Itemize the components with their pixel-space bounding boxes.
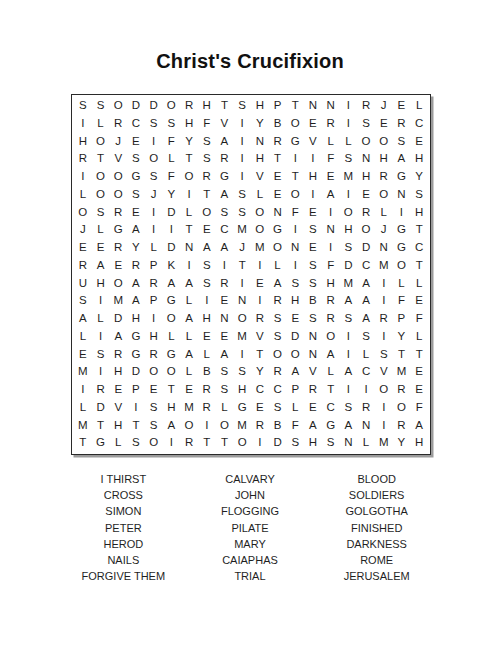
grid-cell-r15c12[interactable]: O — [269, 346, 287, 364]
grid-cell-r10c6[interactable]: K — [163, 257, 181, 275]
grid-cell-r3c17[interactable]: O — [357, 133, 375, 151]
grid-cell-r11c5[interactable]: R — [145, 275, 163, 293]
grid-cell-r19c8[interactable]: I — [198, 417, 216, 435]
grid-cell-r8c5[interactable]: I — [145, 221, 163, 239]
grid-cell-r1c15[interactable]: N — [322, 97, 340, 115]
grid-cell-r3c18[interactable]: O — [375, 133, 393, 151]
grid-cell-r5c12[interactable]: E — [269, 168, 287, 186]
grid-cell-r19c15[interactable]: G — [322, 417, 340, 435]
grid-cell-r17c9[interactable]: S — [216, 381, 234, 399]
grid-cell-r16c17[interactable]: C — [357, 363, 375, 381]
grid-cell-r1c8[interactable]: H — [198, 97, 216, 115]
grid-cell-r12c1[interactable]: S — [74, 292, 92, 310]
grid-cell-r12c9[interactable]: E — [216, 292, 234, 310]
grid-cell-r4c8[interactable]: S — [198, 150, 216, 168]
grid-cell-r8c8[interactable]: E — [198, 221, 216, 239]
grid-cell-r16c2[interactable]: I — [92, 363, 110, 381]
grid-cell-r3c16[interactable]: L — [340, 133, 358, 151]
grid-cell-r19c1[interactable]: M — [74, 417, 92, 435]
grid-cell-r6c6[interactable]: Y — [163, 186, 181, 204]
grid-cell-r13c1[interactable]: A — [74, 310, 92, 328]
grid-cell-r14c1[interactable]: L — [74, 328, 92, 346]
grid-cell-r1c11[interactable]: H — [251, 97, 269, 115]
grid-cell-r6c4[interactable]: S — [127, 186, 145, 204]
grid-cell-r14c16[interactable]: I — [340, 328, 358, 346]
grid-cell-r8c7[interactable]: T — [180, 221, 198, 239]
grid-cell-r19c11[interactable]: R — [251, 417, 269, 435]
grid-cell-r8c15[interactable]: N — [322, 221, 340, 239]
grid-cell-r4c19[interactable]: A — [393, 150, 411, 168]
grid-cell-r4c12[interactable]: T — [269, 150, 287, 168]
grid-cell-r2c14[interactable]: E — [304, 115, 322, 133]
grid-cell-r3c10[interactable]: I — [233, 133, 251, 151]
grid-cell-r19c17[interactable]: N — [357, 417, 375, 435]
grid-cell-r2c9[interactable]: V — [216, 115, 234, 133]
grid-cell-r7c11[interactable]: O — [251, 204, 269, 222]
grid-cell-r3c4[interactable]: E — [127, 133, 145, 151]
grid-cell-r4c11[interactable]: H — [251, 150, 269, 168]
grid-cell-r1c14[interactable]: N — [304, 97, 322, 115]
grid-cell-r14c11[interactable]: V — [251, 328, 269, 346]
grid-cell-r10c20[interactable]: T — [410, 257, 428, 275]
grid-cell-r1c5[interactable]: D — [145, 97, 163, 115]
grid-cell-r6c12[interactable]: E — [269, 186, 287, 204]
grid-cell-r13c20[interactable]: F — [410, 310, 428, 328]
grid-cell-r12c20[interactable]: E — [410, 292, 428, 310]
grid-cell-r5c20[interactable]: Y — [410, 168, 428, 186]
grid-cell-r13c11[interactable]: R — [251, 310, 269, 328]
grid-cell-r10c18[interactable]: M — [375, 257, 393, 275]
grid-cell-r14c13[interactable]: D — [286, 328, 304, 346]
grid-cell-r5c16[interactable]: M — [340, 168, 358, 186]
grid-cell-r3c19[interactable]: S — [393, 133, 411, 151]
grid-cell-r15c16[interactable]: I — [340, 346, 358, 364]
grid-cell-r17c13[interactable]: P — [286, 381, 304, 399]
grid-cell-r18c14[interactable]: E — [304, 399, 322, 417]
grid-cell-r3c8[interactable]: S — [198, 133, 216, 151]
grid-cell-r2c2[interactable]: L — [92, 115, 110, 133]
grid-cell-r18c20[interactable]: F — [410, 399, 428, 417]
grid-cell-r10c10[interactable]: T — [233, 257, 251, 275]
grid-cell-r16c6[interactable]: O — [163, 363, 181, 381]
grid-cell-r14c10[interactable]: M — [233, 328, 251, 346]
grid-cell-r16c16[interactable]: A — [340, 363, 358, 381]
grid-cell-r13c4[interactable]: H — [127, 310, 145, 328]
grid-cell-r8c2[interactable]: L — [92, 221, 110, 239]
grid-cell-r17c19[interactable]: R — [393, 381, 411, 399]
grid-cell-r14c2[interactable]: I — [92, 328, 110, 346]
grid-cell-r20c11[interactable]: I — [251, 434, 269, 452]
grid-cell-r15c14[interactable]: N — [304, 346, 322, 364]
grid-cell-r17c20[interactable]: E — [410, 381, 428, 399]
grid-cell-r9c14[interactable]: E — [304, 239, 322, 257]
grid-cell-r16c14[interactable]: V — [304, 363, 322, 381]
grid-cell-r16c13[interactable]: A — [286, 363, 304, 381]
grid-cell-r15c20[interactable]: T — [410, 346, 428, 364]
grid-cell-r13c19[interactable]: P — [393, 310, 411, 328]
grid-cell-r7c20[interactable]: H — [410, 204, 428, 222]
grid-cell-r9c4[interactable]: Y — [127, 239, 145, 257]
grid-cell-r10c5[interactable]: P — [145, 257, 163, 275]
grid-cell-r2c18[interactable]: E — [375, 115, 393, 133]
grid-cell-r5c11[interactable]: V — [251, 168, 269, 186]
grid-cell-r16c20[interactable]: E — [410, 363, 428, 381]
grid-cell-r9c20[interactable]: C — [410, 239, 428, 257]
grid-cell-r8c12[interactable]: G — [269, 221, 287, 239]
grid-cell-r20c2[interactable]: G — [92, 434, 110, 452]
grid-cell-r3c20[interactable]: E — [410, 133, 428, 151]
grid-cell-r8c14[interactable]: S — [304, 221, 322, 239]
grid-cell-r6c8[interactable]: T — [198, 186, 216, 204]
grid-cell-r5c14[interactable]: H — [304, 168, 322, 186]
grid-cell-r19c20[interactable]: A — [410, 417, 428, 435]
grid-cell-r7c6[interactable]: D — [163, 204, 181, 222]
grid-cell-r11c6[interactable]: A — [163, 275, 181, 293]
grid-cell-r20c7[interactable]: R — [180, 434, 198, 452]
grid-cell-r4c5[interactable]: O — [145, 150, 163, 168]
grid-cell-r9c16[interactable]: S — [340, 239, 358, 257]
grid-cell-r19c5[interactable]: S — [145, 417, 163, 435]
grid-cell-r2c1[interactable]: I — [74, 115, 92, 133]
grid-cell-r7c7[interactable]: L — [180, 204, 198, 222]
grid-cell-r10c9[interactable]: I — [216, 257, 234, 275]
grid-cell-r2c12[interactable]: B — [269, 115, 287, 133]
grid-cell-r9c10[interactable]: J — [233, 239, 251, 257]
grid-cell-r4c20[interactable]: H — [410, 150, 428, 168]
grid-cell-r19c6[interactable]: A — [163, 417, 181, 435]
grid-cell-r15c6[interactable]: G — [163, 346, 181, 364]
grid-cell-r18c7[interactable]: M — [180, 399, 198, 417]
grid-cell-r9c13[interactable]: N — [286, 239, 304, 257]
grid-cell-r9c1[interactable]: E — [74, 239, 92, 257]
grid-cell-r9c15[interactable]: I — [322, 239, 340, 257]
grid-cell-r7c13[interactable]: F — [286, 204, 304, 222]
grid-cell-r11c17[interactable]: A — [357, 275, 375, 293]
grid-cell-r11c2[interactable]: H — [92, 275, 110, 293]
grid-cell-r11c20[interactable]: L — [410, 275, 428, 293]
grid-cell-r20c8[interactable]: T — [198, 434, 216, 452]
grid-cell-r17c2[interactable]: R — [92, 381, 110, 399]
grid-cell-r15c2[interactable]: S — [92, 346, 110, 364]
grid-cell-r18c11[interactable]: E — [251, 399, 269, 417]
grid-cell-r6c9[interactable]: A — [216, 186, 234, 204]
grid-cell-r12c13[interactable]: H — [286, 292, 304, 310]
grid-cell-r10c2[interactable]: A — [92, 257, 110, 275]
grid-cell-r2c19[interactable]: R — [393, 115, 411, 133]
grid-cell-r9c6[interactable]: D — [163, 239, 181, 257]
grid-cell-r16c3[interactable]: H — [109, 363, 127, 381]
grid-cell-r5c17[interactable]: H — [357, 168, 375, 186]
grid-cell-r6c3[interactable]: O — [109, 186, 127, 204]
grid-cell-r17c16[interactable]: I — [340, 381, 358, 399]
grid-cell-r13c7[interactable]: A — [180, 310, 198, 328]
grid-cell-r15c15[interactable]: A — [322, 346, 340, 364]
grid-cell-r6c18[interactable]: O — [375, 186, 393, 204]
grid-cell-r12c17[interactable]: A — [357, 292, 375, 310]
grid-cell-r17c5[interactable]: E — [145, 381, 163, 399]
grid-cell-r2c7[interactable]: H — [180, 115, 198, 133]
grid-cell-r17c8[interactable]: R — [198, 381, 216, 399]
grid-cell-r3c2[interactable]: O — [92, 133, 110, 151]
grid-cell-r4c15[interactable]: F — [322, 150, 340, 168]
grid-cell-r19c14[interactable]: A — [304, 417, 322, 435]
grid-cell-r11c3[interactable]: O — [109, 275, 127, 293]
grid-cell-r11c13[interactable]: S — [286, 275, 304, 293]
grid-cell-r8c18[interactable]: J — [375, 221, 393, 239]
grid-cell-r20c1[interactable]: T — [74, 434, 92, 452]
grid-cell-r6c2[interactable]: O — [92, 186, 110, 204]
grid-cell-r12c14[interactable]: B — [304, 292, 322, 310]
grid-cell-r20c17[interactable]: L — [357, 434, 375, 452]
grid-cell-r19c2[interactable]: T — [92, 417, 110, 435]
grid-cell-r20c14[interactable]: H — [304, 434, 322, 452]
grid-cell-r19c4[interactable]: T — [127, 417, 145, 435]
grid-cell-r11c4[interactable]: A — [127, 275, 145, 293]
grid-cell-r20c13[interactable]: S — [286, 434, 304, 452]
grid-cell-r11c12[interactable]: A — [269, 275, 287, 293]
grid-cell-r19c13[interactable]: F — [286, 417, 304, 435]
grid-cell-r18c15[interactable]: C — [322, 399, 340, 417]
grid-cell-r5c8[interactable]: R — [198, 168, 216, 186]
grid-cell-r13c17[interactable]: A — [357, 310, 375, 328]
grid-cell-r16c19[interactable]: M — [393, 363, 411, 381]
grid-cell-r17c10[interactable]: H — [233, 381, 251, 399]
grid-cell-r19c18[interactable]: I — [375, 417, 393, 435]
grid-cell-r16c5[interactable]: O — [145, 363, 163, 381]
grid-cell-r8c17[interactable]: O — [357, 221, 375, 239]
grid-cell-r15c13[interactable]: O — [286, 346, 304, 364]
grid-cell-r6c10[interactable]: S — [233, 186, 251, 204]
grid-cell-r6c7[interactable]: I — [180, 186, 198, 204]
grid-cell-r14c20[interactable]: L — [410, 328, 428, 346]
grid-cell-r17c12[interactable]: C — [269, 381, 287, 399]
grid-cell-r2c4[interactable]: C — [127, 115, 145, 133]
grid-cell-r15c10[interactable]: I — [233, 346, 251, 364]
grid-cell-r15c18[interactable]: S — [375, 346, 393, 364]
grid-cell-r4c13[interactable]: I — [286, 150, 304, 168]
grid-cell-r10c13[interactable]: I — [286, 257, 304, 275]
grid-cell-r20c9[interactable]: T — [216, 434, 234, 452]
grid-cell-r9c7[interactable]: N — [180, 239, 198, 257]
grid-cell-r12c15[interactable]: R — [322, 292, 340, 310]
grid-cell-r3c1[interactable]: H — [74, 133, 92, 151]
grid-cell-r20c5[interactable]: O — [145, 434, 163, 452]
grid-cell-r16c1[interactable]: M — [74, 363, 92, 381]
grid-cell-r18c2[interactable]: D — [92, 399, 110, 417]
grid-cell-r1c13[interactable]: T — [286, 97, 304, 115]
grid-cell-r4c3[interactable]: V — [109, 150, 127, 168]
grid-cell-r16c8[interactable]: B — [198, 363, 216, 381]
grid-cell-r18c9[interactable]: L — [216, 399, 234, 417]
grid-cell-r5c7[interactable]: O — [180, 168, 198, 186]
grid-cell-r10c3[interactable]: E — [109, 257, 127, 275]
grid-cell-r1c20[interactable]: L — [410, 97, 428, 115]
grid-cell-r7c8[interactable]: O — [198, 204, 216, 222]
grid-cell-r18c12[interactable]: S — [269, 399, 287, 417]
grid-cell-r10c14[interactable]: S — [304, 257, 322, 275]
grid-cell-r1c3[interactable]: O — [109, 97, 127, 115]
grid-cell-r4c10[interactable]: I — [233, 150, 251, 168]
grid-cell-r17c4[interactable]: P — [127, 381, 145, 399]
grid-cell-r11c18[interactable]: I — [375, 275, 393, 293]
grid-cell-r6c14[interactable]: I — [304, 186, 322, 204]
grid-cell-r17c18[interactable]: O — [375, 381, 393, 399]
grid-cell-r2c8[interactable]: F — [198, 115, 216, 133]
grid-cell-r13c18[interactable]: R — [375, 310, 393, 328]
grid-cell-r8c19[interactable]: G — [393, 221, 411, 239]
grid-cell-r19c16[interactable]: A — [340, 417, 358, 435]
grid-cell-r13c2[interactable]: L — [92, 310, 110, 328]
grid-cell-r18c16[interactable]: S — [340, 399, 358, 417]
grid-cell-r20c10[interactable]: O — [233, 434, 251, 452]
grid-cell-r9c9[interactable]: A — [216, 239, 234, 257]
grid-cell-r11c10[interactable]: I — [233, 275, 251, 293]
grid-cell-r11c1[interactable]: U — [74, 275, 92, 293]
grid-cell-r8c10[interactable]: M — [233, 221, 251, 239]
grid-cell-r6c13[interactable]: O — [286, 186, 304, 204]
grid-cell-r7c18[interactable]: L — [375, 204, 393, 222]
grid-cell-r18c17[interactable]: R — [357, 399, 375, 417]
grid-cell-r9c8[interactable]: A — [198, 239, 216, 257]
grid-cell-r8c9[interactable]: C — [216, 221, 234, 239]
grid-cell-r17c3[interactable]: E — [109, 381, 127, 399]
grid-cell-r5c2[interactable]: O — [92, 168, 110, 186]
grid-cell-r1c6[interactable]: O — [163, 97, 181, 115]
grid-cell-r9c11[interactable]: M — [251, 239, 269, 257]
grid-cell-r6c19[interactable]: N — [393, 186, 411, 204]
grid-cell-r20c19[interactable]: Y — [393, 434, 411, 452]
grid-cell-r7c4[interactable]: E — [127, 204, 145, 222]
grid-cell-r2c10[interactable]: I — [233, 115, 251, 133]
grid-cell-r16c18[interactable]: V — [375, 363, 393, 381]
grid-cell-r5c13[interactable]: T — [286, 168, 304, 186]
grid-cell-r8c20[interactable]: T — [410, 221, 428, 239]
grid-cell-r20c6[interactable]: I — [163, 434, 181, 452]
grid-cell-r16c4[interactable]: D — [127, 363, 145, 381]
grid-cell-r15c4[interactable]: G — [127, 346, 145, 364]
grid-cell-r7c1[interactable]: O — [74, 204, 92, 222]
grid-cell-r13c15[interactable]: R — [322, 310, 340, 328]
grid-cell-r11c15[interactable]: H — [322, 275, 340, 293]
grid-cell-r13c13[interactable]: E — [286, 310, 304, 328]
grid-cell-r12c18[interactable]: I — [375, 292, 393, 310]
grid-cell-r1c9[interactable]: T — [216, 97, 234, 115]
grid-cell-r13c6[interactable]: O — [163, 310, 181, 328]
grid-cell-r8c11[interactable]: O — [251, 221, 269, 239]
grid-cell-r19c10[interactable]: M — [233, 417, 251, 435]
grid-cell-r18c5[interactable]: S — [145, 399, 163, 417]
grid-cell-r19c3[interactable]: H — [109, 417, 127, 435]
grid-cell-r12c4[interactable]: A — [127, 292, 145, 310]
grid-cell-r18c18[interactable]: I — [375, 399, 393, 417]
grid-cell-r11c19[interactable]: L — [393, 275, 411, 293]
grid-cell-r13c5[interactable]: I — [145, 310, 163, 328]
grid-cell-r2c17[interactable]: S — [357, 115, 375, 133]
grid-cell-r15c7[interactable]: A — [180, 346, 198, 364]
grid-cell-r5c1[interactable]: I — [74, 168, 92, 186]
grid-cell-r20c18[interactable]: M — [375, 434, 393, 452]
grid-cell-r14c18[interactable]: I — [375, 328, 393, 346]
grid-cell-r7c16[interactable]: O — [340, 204, 358, 222]
grid-cell-r7c17[interactable]: R — [357, 204, 375, 222]
grid-cell-r17c6[interactable]: T — [163, 381, 181, 399]
grid-cell-r10c12[interactable]: L — [269, 257, 287, 275]
grid-cell-r1c19[interactable]: E — [393, 97, 411, 115]
grid-cell-r10c15[interactable]: F — [322, 257, 340, 275]
grid-cell-r5c19[interactable]: G — [393, 168, 411, 186]
grid-cell-r12c12[interactable]: R — [269, 292, 287, 310]
grid-cell-r8c16[interactable]: H — [340, 221, 358, 239]
grid-cell-r13c8[interactable]: H — [198, 310, 216, 328]
grid-cell-r4c17[interactable]: N — [357, 150, 375, 168]
grid-cell-r5c18[interactable]: R — [375, 168, 393, 186]
grid-cell-r8c3[interactable]: G — [109, 221, 127, 239]
grid-cell-r9c19[interactable]: G — [393, 239, 411, 257]
grid-cell-r13c3[interactable]: D — [109, 310, 127, 328]
grid-cell-r2c11[interactable]: Y — [251, 115, 269, 133]
grid-cell-r10c1[interactable]: R — [74, 257, 92, 275]
grid-cell-r20c16[interactable]: N — [340, 434, 358, 452]
grid-cell-r6c5[interactable]: J — [145, 186, 163, 204]
grid-cell-r9c2[interactable]: E — [92, 239, 110, 257]
grid-cell-r7c5[interactable]: I — [145, 204, 163, 222]
grid-cell-r14c7[interactable]: L — [180, 328, 198, 346]
grid-cell-r7c9[interactable]: S — [216, 204, 234, 222]
grid-cell-r10c17[interactable]: C — [357, 257, 375, 275]
grid-cell-r16c11[interactable]: Y — [251, 363, 269, 381]
grid-cell-r11c9[interactable]: R — [216, 275, 234, 293]
grid-cell-r10c11[interactable]: I — [251, 257, 269, 275]
grid-cell-r9c18[interactable]: N — [375, 239, 393, 257]
grid-cell-r2c16[interactable]: I — [340, 115, 358, 133]
grid-cell-r3c3[interactable]: J — [109, 133, 127, 151]
grid-cell-r14c9[interactable]: E — [216, 328, 234, 346]
grid-cell-r2c3[interactable]: R — [109, 115, 127, 133]
grid-cell-r12c8[interactable]: I — [198, 292, 216, 310]
grid-cell-r17c11[interactable]: C — [251, 381, 269, 399]
grid-cell-r18c1[interactable]: L — [74, 399, 92, 417]
grid-cell-r6c1[interactable]: L — [74, 186, 92, 204]
grid-cell-r12c19[interactable]: F — [393, 292, 411, 310]
grid-cell-r7c14[interactable]: E — [304, 204, 322, 222]
grid-cell-r8c13[interactable]: I — [286, 221, 304, 239]
grid-cell-r14c4[interactable]: G — [127, 328, 145, 346]
grid-cell-r6c15[interactable]: A — [322, 186, 340, 204]
grid-cell-r19c19[interactable]: R — [393, 417, 411, 435]
grid-cell-r2c13[interactable]: O — [286, 115, 304, 133]
grid-cell-r8c1[interactable]: J — [74, 221, 92, 239]
grid-cell-r14c5[interactable]: H — [145, 328, 163, 346]
grid-cell-r2c15[interactable]: R — [322, 115, 340, 133]
grid-cell-r13c12[interactable]: S — [269, 310, 287, 328]
grid-cell-r3c13[interactable]: G — [286, 133, 304, 151]
grid-cell-r15c11[interactable]: T — [251, 346, 269, 364]
grid-cell-r3c15[interactable]: L — [322, 133, 340, 151]
grid-cell-r11c11[interactable]: E — [251, 275, 269, 293]
grid-cell-r18c8[interactable]: R — [198, 399, 216, 417]
grid-cell-r10c8[interactable]: S — [198, 257, 216, 275]
grid-cell-r7c19[interactable]: I — [393, 204, 411, 222]
grid-cell-r3c5[interactable]: I — [145, 133, 163, 151]
grid-cell-r11c16[interactable]: M — [340, 275, 358, 293]
grid-cell-r7c15[interactable]: I — [322, 204, 340, 222]
grid-cell-r12c10[interactable]: N — [233, 292, 251, 310]
grid-cell-r6c20[interactable]: S — [410, 186, 428, 204]
grid-cell-r6c11[interactable]: L — [251, 186, 269, 204]
grid-cell-r12c5[interactable]: P — [145, 292, 163, 310]
grid-cell-r5c9[interactable]: G — [216, 168, 234, 186]
grid-cell-r19c7[interactable]: O — [180, 417, 198, 435]
